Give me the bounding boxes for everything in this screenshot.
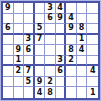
cell-r6c4[interactable] xyxy=(35,56,46,67)
cell-r4c2[interactable] xyxy=(14,35,25,46)
cell-r2c6[interactable]: 9 xyxy=(56,14,67,25)
cell-r8c4[interactable]: 9 xyxy=(35,77,46,88)
cell-r5c3[interactable]: 6 xyxy=(24,45,35,56)
cell-r1c5[interactable]: 3 xyxy=(45,3,56,14)
cell-r3c7[interactable]: 9 xyxy=(66,24,77,35)
sudoku-page: { "game": "sudoku", "position": "9...34.… xyxy=(0,0,101,101)
cell-r1c8[interactable] xyxy=(77,3,88,14)
cell-r7c1[interactable] xyxy=(3,66,14,77)
cell-r6c5[interactable] xyxy=(45,56,56,67)
cell-r9c2[interactable] xyxy=(14,87,25,98)
cell-r2c3[interactable] xyxy=(24,14,35,25)
cell-r9c8[interactable] xyxy=(77,87,88,98)
cell-r8c6[interactable] xyxy=(56,77,67,88)
cell-r9c7[interactable] xyxy=(66,87,77,98)
cell-r1c2[interactable] xyxy=(14,3,25,14)
cell-r8c3[interactable]: 5 xyxy=(24,77,35,88)
cell-r4c8[interactable]: 1 xyxy=(77,35,88,46)
cell-r6c3[interactable] xyxy=(24,56,35,67)
cell-r8c7[interactable] xyxy=(66,77,77,88)
cell-r8c1[interactable] xyxy=(3,77,14,88)
cell-r7c3[interactable]: 7 xyxy=(24,66,35,77)
cell-r5c5[interactable] xyxy=(45,45,56,56)
cell-r9c4[interactable]: 4 xyxy=(35,87,46,98)
cell-r3c4[interactable]: 5 xyxy=(35,24,46,35)
cell-r4c6[interactable] xyxy=(56,35,67,46)
cell-r6c9[interactable] xyxy=(87,56,98,67)
cell-r3c3[interactable] xyxy=(24,24,35,35)
cell-r8c5[interactable]: 2 xyxy=(45,77,56,88)
cell-r7c2[interactable]: 2 xyxy=(14,66,25,77)
cell-r5c1[interactable] xyxy=(3,45,14,56)
cell-r6c8[interactable] xyxy=(77,56,88,67)
cell-r5c8[interactable]: 4 xyxy=(77,45,88,56)
cell-r6c1[interactable] xyxy=(3,56,14,67)
cell-r4c9[interactable] xyxy=(87,35,98,46)
cell-r3c6[interactable] xyxy=(56,24,67,35)
cell-r2c9[interactable] xyxy=(87,14,98,25)
cell-r7c6[interactable]: 6 xyxy=(56,66,67,77)
sudoku-board: 934694659837196841322764592481 xyxy=(1,1,100,100)
cell-r3c1[interactable]: 6 xyxy=(3,24,14,35)
cell-r8c8[interactable] xyxy=(77,77,88,88)
cell-r8c2[interactable] xyxy=(14,77,25,88)
cell-r9c6[interactable] xyxy=(56,87,67,98)
cell-r1c7[interactable] xyxy=(66,3,77,14)
cell-r4c5[interactable] xyxy=(45,35,56,46)
cell-r9c9[interactable]: 1 xyxy=(87,87,98,98)
cell-r2c2[interactable] xyxy=(14,14,25,25)
cell-r1c4[interactable] xyxy=(35,3,46,14)
cell-r7c4[interactable] xyxy=(35,66,46,77)
cell-r1c1[interactable]: 9 xyxy=(3,3,14,14)
cell-r4c4[interactable]: 7 xyxy=(35,35,46,46)
cell-r7c5[interactable] xyxy=(45,66,56,77)
cell-r6c7[interactable]: 2 xyxy=(66,56,77,67)
cell-r7c9[interactable]: 4 xyxy=(87,66,98,77)
cell-r1c9[interactable] xyxy=(87,3,98,14)
cell-r4c3[interactable]: 3 xyxy=(24,35,35,46)
cell-r3c5[interactable] xyxy=(45,24,56,35)
cell-r4c7[interactable] xyxy=(66,35,77,46)
cell-r7c8[interactable] xyxy=(77,66,88,77)
cell-r6c2[interactable]: 1 xyxy=(14,56,25,67)
cell-r5c9[interactable] xyxy=(87,45,98,56)
cell-r3c8[interactable]: 8 xyxy=(77,24,88,35)
cell-r9c3[interactable] xyxy=(24,87,35,98)
cell-r3c2[interactable] xyxy=(14,24,25,35)
cell-r8c9[interactable] xyxy=(87,77,98,88)
cell-r9c1[interactable] xyxy=(3,87,14,98)
cell-r9c5[interactable]: 8 xyxy=(45,87,56,98)
cell-r2c5[interactable]: 6 xyxy=(45,14,56,25)
cell-r5c4[interactable] xyxy=(35,45,46,56)
cell-r6c6[interactable]: 3 xyxy=(56,56,67,67)
cell-r3c9[interactable] xyxy=(87,24,98,35)
cell-r1c6[interactable]: 4 xyxy=(56,3,67,14)
cell-r4c1[interactable] xyxy=(3,35,14,46)
cell-r7c7[interactable] xyxy=(66,66,77,77)
cell-r1c3[interactable] xyxy=(24,3,35,14)
